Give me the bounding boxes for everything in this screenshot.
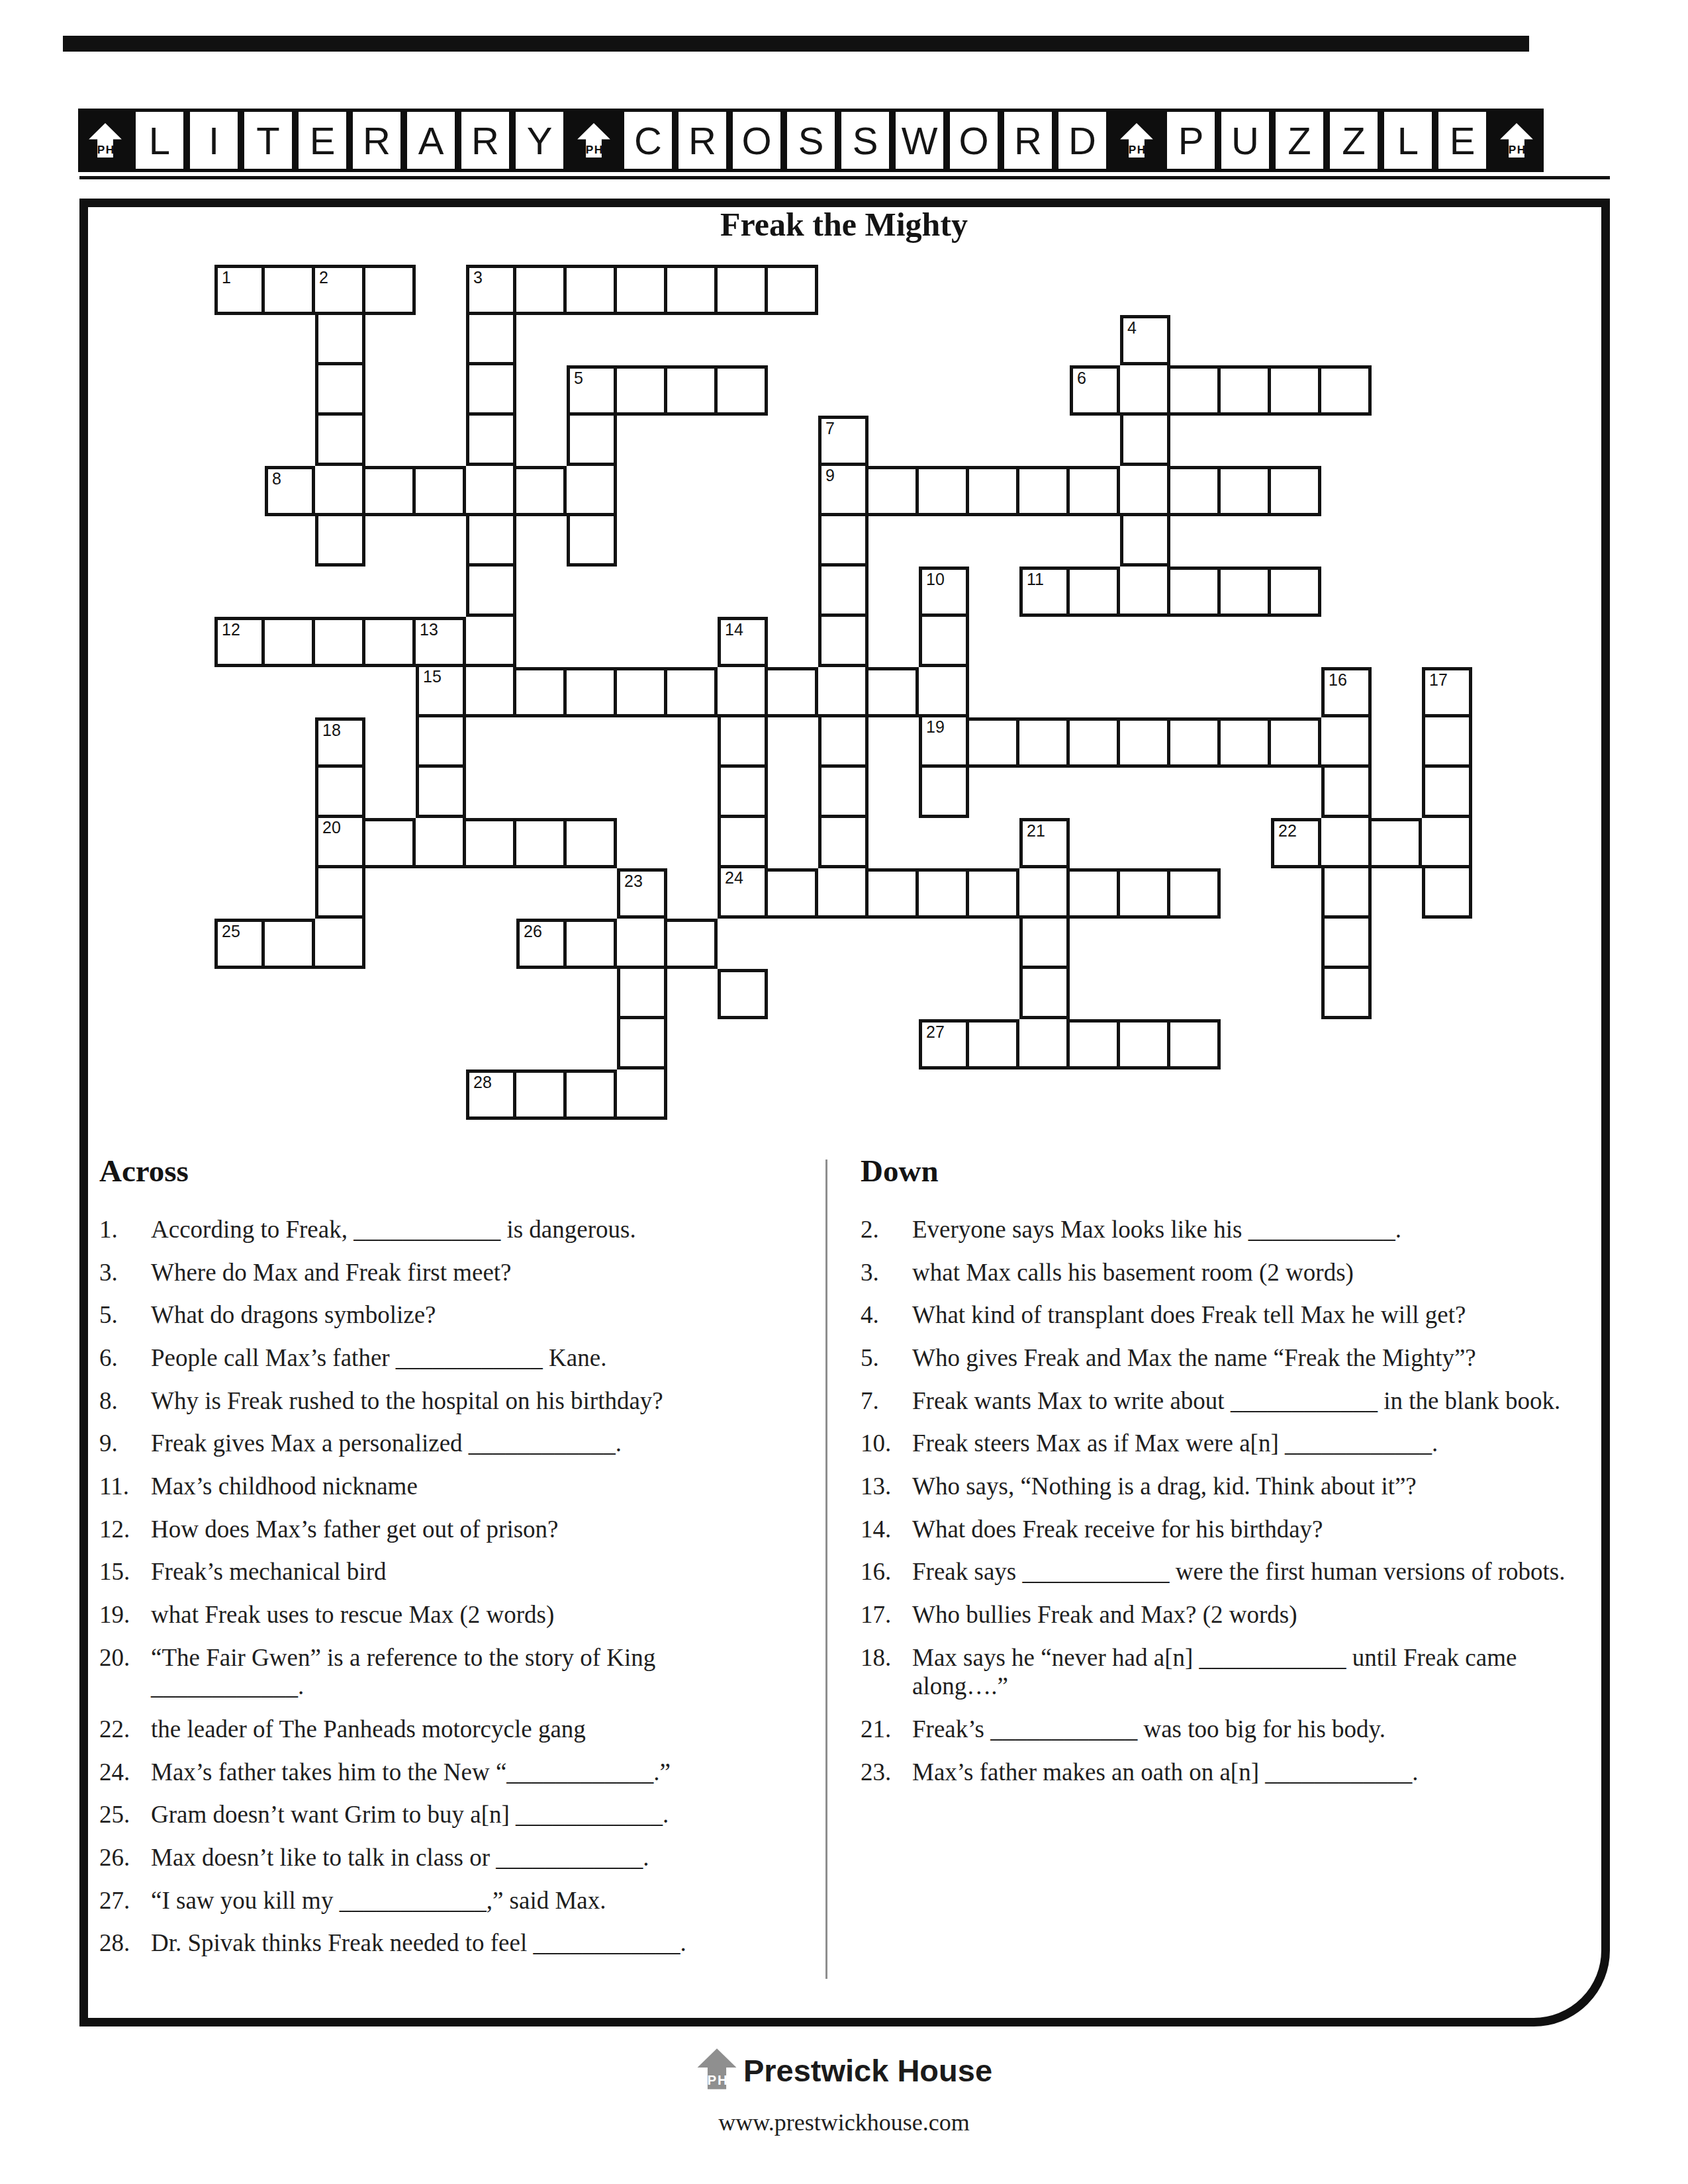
grid-cell-r2c17[interactable]: 6: [1070, 365, 1120, 416]
grid-cell-r2c9[interactable]: [667, 365, 718, 416]
grid-cell-r12c22[interactable]: [1321, 868, 1372, 919]
grid-cell-r6c14[interactable]: 10: [919, 567, 969, 617]
grid-cell-r1c5[interactable]: [466, 315, 516, 365]
grid-cell-r8c13[interactable]: [868, 667, 919, 717]
clue-number-label: 28: [473, 1073, 492, 1092]
grid-cell-r13c16[interactable]: [1019, 919, 1070, 969]
clue-number: 5.: [861, 1343, 912, 1373]
grid-cell-r15c17[interactable]: [1070, 1019, 1120, 1069]
grid-cell-r14c22[interactable]: [1321, 969, 1372, 1019]
grid-cell-r12c15[interactable]: [969, 868, 1019, 919]
grid-cell-r11c5[interactable]: [466, 818, 516, 868]
grid-cell-r6c18[interactable]: [1120, 567, 1170, 617]
banner-letter-tile: L: [132, 109, 187, 172]
grid-cell-r9c19[interactable]: [1170, 717, 1221, 768]
clue-text: Who says, “Nothing is a drag, kid. Think…: [912, 1472, 1594, 1501]
clue-number-label: 1: [222, 269, 231, 287]
banner-underline: [79, 176, 1610, 179]
clue-number-label: 10: [926, 570, 945, 589]
clue-text: What do dragons symbolize?: [151, 1300, 802, 1330]
clue-number-label: 7: [825, 420, 835, 438]
grid-cell-r9c17[interactable]: [1070, 717, 1120, 768]
clue-number-label: 5: [574, 369, 583, 388]
grid-cell-r11c16[interactable]: 21: [1019, 818, 1070, 868]
grid-cell-r2c10[interactable]: [718, 365, 768, 416]
grid-cell-r0c1[interactable]: [265, 265, 315, 315]
grid-cell-r8c6[interactable]: [516, 667, 567, 717]
clue-text: “The Fair Gwen” is a reference to the st…: [151, 1643, 802, 1701]
clue-item-down-3: 3.what Max calls his basement room (2 wo…: [861, 1258, 1594, 1287]
grid-cell-r12c8[interactable]: 23: [617, 868, 667, 919]
grid-cell-r4c4[interactable]: [416, 466, 466, 516]
grid-cell-r0c3[interactable]: [365, 265, 416, 315]
grid-cell-r9c4[interactable]: [416, 717, 466, 768]
banner-letter-tile: O: [729, 109, 784, 172]
grid-cell-r7c0[interactable]: 12: [214, 617, 265, 667]
publisher-name: Prestwick House: [743, 2052, 992, 2089]
banner-letter-tile: A: [404, 109, 458, 172]
down-heading: Down: [861, 1153, 1594, 1189]
svg-text:P: P: [1509, 143, 1517, 156]
clue-item-across-28: 28.Dr. Spivak thinks Freak needed to fee…: [99, 1929, 802, 1958]
grid-cell-r8c5[interactable]: [466, 667, 516, 717]
clue-number-label: 16: [1329, 671, 1347, 690]
top-rule-bar: [63, 36, 1529, 52]
grid-cell-r11c4[interactable]: [416, 818, 466, 868]
clue-text: what Freak uses to rescue Max (2 words): [151, 1600, 802, 1629]
grid-cell-r15c14[interactable]: 27: [919, 1019, 969, 1069]
clue-item-down-13: 13.Who says, “Nothing is a drag, kid. Th…: [861, 1472, 1594, 1501]
grid-cell-r8c9[interactable]: [667, 667, 718, 717]
grid-cell-r6c12[interactable]: [818, 567, 868, 617]
grid-cell-r10c22[interactable]: [1321, 768, 1372, 818]
grid-cell-r0c9[interactable]: [667, 265, 718, 315]
grid-cell-r11c22[interactable]: [1321, 818, 1372, 868]
banner-letter-tile: P: [1164, 109, 1218, 172]
grid-cell-r9c10[interactable]: [718, 717, 768, 768]
grid-cell-r3c7[interactable]: [567, 416, 617, 466]
grid-cell-r4c17[interactable]: [1070, 466, 1120, 516]
grid-cell-r16c6[interactable]: [516, 1069, 567, 1120]
clue-number: 14.: [861, 1515, 912, 1544]
banner-letter-tile: U: [1218, 109, 1272, 172]
grid-cell-r11c10[interactable]: [718, 818, 768, 868]
clue-item-across-6: 6.People call Max’s father ____________ …: [99, 1343, 802, 1373]
svg-text:H: H: [718, 2072, 727, 2087]
banner-letter-tile: R: [675, 109, 729, 172]
page-title: Freak the Mighty: [0, 205, 1688, 244]
grid-cell-r14c8[interactable]: [617, 969, 667, 1019]
grid-cell-r3c5[interactable]: [466, 416, 516, 466]
clue-number: 17.: [861, 1600, 912, 1629]
clue-item-across-3: 3.Where do Max and Freak first meet?: [99, 1258, 802, 1287]
banner-letter-tile: W: [892, 109, 947, 172]
grid-cell-r4c13[interactable]: [868, 466, 919, 516]
clue-text: Where do Max and Freak first meet?: [151, 1258, 802, 1287]
grid-cell-r15c19[interactable]: [1170, 1019, 1221, 1069]
ph-house-logo-icon: PH: [1109, 109, 1164, 172]
grid-cell-r14c16[interactable]: [1019, 969, 1070, 1019]
banner-letter-tile: Z: [1272, 109, 1327, 172]
clue-item-down-4: 4.What kind of transplant does Freak tel…: [861, 1300, 1594, 1330]
grid-cell-r0c8[interactable]: [617, 265, 667, 315]
clue-item-down-23: 23.Max’s father makes an oath on a[n] __…: [861, 1758, 1594, 1787]
clue-text: Gram doesn’t want Grim to buy a[n] _____…: [151, 1800, 802, 1829]
grid-cell-r13c8[interactable]: [617, 919, 667, 969]
grid-cell-r3c2[interactable]: [315, 416, 365, 466]
grid-cell-r9c2[interactable]: 18: [315, 717, 365, 768]
clue-number: 18.: [861, 1643, 912, 1701]
grid-cell-r13c2[interactable]: [315, 919, 365, 969]
clue-item-across-1: 1.According to Freak, ____________ is da…: [99, 1215, 802, 1244]
grid-cell-r12c18[interactable]: [1120, 868, 1170, 919]
publisher-brand: PH Prestwick House: [0, 2042, 1688, 2098]
grid-cell-r12c10[interactable]: 24: [718, 868, 768, 919]
clue-text: what Max calls his basement room (2 word…: [912, 1258, 1594, 1287]
grid-cell-r15c15[interactable]: [969, 1019, 1019, 1069]
grid-cell-r9c15[interactable]: [969, 717, 1019, 768]
grid-cell-r16c5[interactable]: 28: [466, 1069, 516, 1120]
grid-cell-r0c5[interactable]: 3: [466, 265, 516, 315]
grid-cell-r8c24[interactable]: 17: [1422, 667, 1472, 717]
clue-text: Freak steers Max as if Max were a[n] ___…: [912, 1429, 1594, 1458]
clue-text: Max doesn’t like to talk in class or ___…: [151, 1843, 802, 1872]
clue-item-down-10: 10.Freak steers Max as if Max were a[n] …: [861, 1429, 1594, 1458]
svg-text:H: H: [106, 143, 114, 156]
clue-text: Freak gives Max a personalized _________…: [151, 1429, 802, 1458]
grid-cell-r4c12[interactable]: 9: [818, 466, 868, 516]
grid-cell-r10c12[interactable]: [818, 768, 868, 818]
grid-cell-r3c18[interactable]: [1120, 416, 1170, 466]
grid-cell-r4c18[interactable]: [1120, 466, 1170, 516]
clue-number-label: 25: [222, 923, 240, 941]
grid-cell-r11c7[interactable]: [567, 818, 617, 868]
grid-cell-r7c12[interactable]: [818, 617, 868, 667]
grid-cell-r13c0[interactable]: 25: [214, 919, 265, 969]
clue-text: Why is Freak rushed to the hospital on h…: [151, 1387, 802, 1416]
grid-cell-r8c7[interactable]: [567, 667, 617, 717]
clue-item-across-22: 22.the leader of The Panheads motorcycle…: [99, 1715, 802, 1744]
banner-letter-tile: C: [621, 109, 675, 172]
clue-item-down-18: 18.Max says he “never had a[n] _________…: [861, 1643, 1594, 1701]
grid-cell-r4c1[interactable]: 8: [265, 466, 315, 516]
clue-number: 5.: [99, 1300, 151, 1330]
grid-cell-r6c5[interactable]: [466, 567, 516, 617]
clue-number-label: 26: [524, 923, 542, 941]
grid-cell-r4c15[interactable]: [969, 466, 1019, 516]
grid-cell-r4c14[interactable]: [919, 466, 969, 516]
grid-cell-r9c22[interactable]: [1321, 717, 1372, 768]
svg-text:H: H: [1137, 143, 1145, 156]
grid-cell-r0c6[interactable]: [516, 265, 567, 315]
grid-cell-r0c11[interactable]: [768, 265, 818, 315]
grid-cell-r2c2[interactable]: [315, 365, 365, 416]
clue-number-label: 23: [624, 872, 643, 891]
grid-cell-r10c14[interactable]: [919, 768, 969, 818]
banner-letter-tile: R: [458, 109, 512, 172]
svg-text:P: P: [1129, 143, 1137, 156]
grid-cell-r7c10[interactable]: 14: [718, 617, 768, 667]
grid-cell-r2c8[interactable]: [617, 365, 667, 416]
clue-text: Who bullies Freak and Max? (2 words): [912, 1600, 1594, 1629]
grid-cell-r4c6[interactable]: [516, 466, 567, 516]
clue-number-label: 12: [222, 621, 240, 639]
clue-number: 27.: [99, 1886, 151, 1915]
grid-cell-r10c10[interactable]: [718, 768, 768, 818]
clue-item-across-12: 12.How does Max’s father get out of pris…: [99, 1515, 802, 1544]
grid-cell-r7c1[interactable]: [265, 617, 315, 667]
clue-text: How does Max’s father get out of prison?: [151, 1515, 802, 1544]
grid-cell-r4c16[interactable]: [1019, 466, 1070, 516]
grid-cell-r6c17[interactable]: [1070, 567, 1120, 617]
grid-cell-r14c10[interactable]: [718, 969, 768, 1019]
svg-text:H: H: [594, 143, 602, 156]
grid-cell-r5c7[interactable]: [567, 516, 617, 567]
grid-cell-r9c20[interactable]: [1221, 717, 1271, 768]
grid-cell-r9c21[interactable]: [1271, 717, 1321, 768]
grid-cell-r9c18[interactable]: [1120, 717, 1170, 768]
grid-cell-r4c5[interactable]: [466, 466, 516, 516]
grid-cell-r7c2[interactable]: [315, 617, 365, 667]
grid-cell-r15c18[interactable]: [1120, 1019, 1170, 1069]
clue-text: Freak’s mechanical bird: [151, 1557, 802, 1586]
grid-cell-r10c4[interactable]: [416, 768, 466, 818]
clue-number: 2.: [861, 1215, 912, 1244]
grid-cell-r12c16[interactable]: [1019, 868, 1070, 919]
grid-cell-r0c0[interactable]: 1: [214, 265, 265, 315]
clue-number: 10.: [861, 1429, 912, 1458]
grid-cell-r0c7[interactable]: [567, 265, 617, 315]
grid-cell-r4c19[interactable]: [1170, 466, 1221, 516]
clue-number: 3.: [99, 1258, 151, 1287]
clue-number: 28.: [99, 1929, 151, 1958]
clue-item-across-15: 15.Freak’s mechanical bird: [99, 1557, 802, 1586]
worksheet-page: PHLITERARYPHCROSSWORDPHPUZZLEPH Freak th…: [0, 0, 1688, 2184]
clue-text: Max’s father makes an oath on a[n] _____…: [912, 1758, 1594, 1787]
grid-cell-r9c24[interactable]: [1422, 717, 1472, 768]
clue-number-label: 22: [1278, 822, 1297, 841]
grid-cell-r4c3[interactable]: [365, 466, 416, 516]
grid-cell-r11c6[interactable]: [516, 818, 567, 868]
grid-cell-r12c19[interactable]: [1170, 868, 1221, 919]
clue-number: 8.: [99, 1387, 151, 1416]
clue-number: 23.: [861, 1758, 912, 1787]
banner-letter-tile: L: [1381, 109, 1435, 172]
svg-text:P: P: [707, 2072, 716, 2087]
clue-text: People call Max’s father ____________ Ka…: [151, 1343, 802, 1373]
clue-item-down-2: 2.Everyone says Max looks like his _____…: [861, 1215, 1594, 1244]
clue-number: 11.: [99, 1472, 151, 1501]
grid-cell-r6c20[interactable]: [1221, 567, 1271, 617]
clue-number: 21.: [861, 1715, 912, 1744]
grid-cell-r8c12[interactable]: [818, 667, 868, 717]
across-clues-section: Across 1.According to Freak, ___________…: [99, 1153, 802, 1972]
grid-cell-r1c2[interactable]: [315, 315, 365, 365]
grid-cell-r5c2[interactable]: [315, 516, 365, 567]
banner-letter-tile: E: [295, 109, 350, 172]
clue-number-label: 19: [926, 718, 945, 737]
grid-cell-r9c12[interactable]: [818, 717, 868, 768]
grid-cell-r2c18[interactable]: [1120, 365, 1170, 416]
grid-cell-r13c22[interactable]: [1321, 919, 1372, 969]
clue-item-across-27: 27.“I saw you kill my ____________,” sai…: [99, 1886, 802, 1915]
grid-cell-r12c11[interactable]: [768, 868, 818, 919]
grid-cell-r5c5[interactable]: [466, 516, 516, 567]
grid-cell-r4c2[interactable]: [315, 466, 365, 516]
clue-text: Everyone says Max looks like his _______…: [912, 1215, 1594, 1244]
clue-number-label: 13: [420, 621, 438, 639]
grid-cell-r7c3[interactable]: [365, 617, 416, 667]
grid-cell-r8c22[interactable]: 16: [1321, 667, 1372, 717]
grid-cell-r12c14[interactable]: [919, 868, 969, 919]
clue-text: What does Freak receive for his birthday…: [912, 1515, 1594, 1544]
clue-number: 13.: [861, 1472, 912, 1501]
clue-number: 12.: [99, 1515, 151, 1544]
grid-cell-r0c2[interactable]: 2: [315, 265, 365, 315]
clue-text: the leader of The Panheads motorcycle ga…: [151, 1715, 802, 1744]
clue-item-across-19: 19.what Freak uses to rescue Max (2 word…: [99, 1600, 802, 1629]
grid-cell-r13c6[interactable]: 26: [516, 919, 567, 969]
clue-text: Freak wants Max to write about _________…: [912, 1387, 1594, 1416]
clue-item-down-17: 17.Who bullies Freak and Max? (2 words): [861, 1600, 1594, 1629]
down-clue-list: 2.Everyone says Max looks like his _____…: [861, 1215, 1594, 1786]
grid-cell-r4c7[interactable]: [567, 466, 617, 516]
clue-number: 16.: [861, 1557, 912, 1586]
clue-text: According to Freak, ____________ is dang…: [151, 1215, 802, 1244]
across-heading: Across: [99, 1153, 802, 1189]
clue-number: 7.: [861, 1387, 912, 1416]
clue-number: 22.: [99, 1715, 151, 1744]
clue-number-label: 21: [1027, 822, 1045, 841]
clue-number: 26.: [99, 1843, 151, 1872]
banner-letter-tile: Y: [512, 109, 567, 172]
grid-cell-r15c16[interactable]: [1019, 1019, 1070, 1069]
grid-cell-r2c22[interactable]: [1321, 365, 1372, 416]
clue-item-down-7: 7.Freak wants Max to write about _______…: [861, 1387, 1594, 1416]
clue-text: “I saw you kill my ____________,” said M…: [151, 1886, 802, 1915]
grid-cell-r4c21[interactable]: [1271, 466, 1321, 516]
clue-number: 20.: [99, 1643, 151, 1701]
grid-cell-r16c8[interactable]: [617, 1069, 667, 1120]
banner-letter-tile: R: [350, 109, 404, 172]
clue-item-across-5: 5.What do dragons symbolize?: [99, 1300, 802, 1330]
banner-letter-tile: D: [1055, 109, 1109, 172]
down-clues-section: Down 2.Everyone says Max looks like his …: [861, 1153, 1594, 1800]
grid-cell-r11c12[interactable]: [818, 818, 868, 868]
clue-item-across-24: 24.Max’s father takes him to the New “__…: [99, 1758, 802, 1787]
grid-cell-r11c2[interactable]: 20: [315, 818, 365, 868]
grid-cell-r11c24[interactable]: [1422, 818, 1472, 868]
grid-cell-r5c18[interactable]: [1120, 516, 1170, 567]
svg-text:P: P: [97, 143, 105, 156]
grid-cell-r3c12[interactable]: 7: [818, 416, 868, 466]
clue-number: 1.: [99, 1215, 151, 1244]
grid-cell-r12c13[interactable]: [868, 868, 919, 919]
grid-cell-r13c1[interactable]: [265, 919, 315, 969]
grid-cell-r0c10[interactable]: [718, 265, 768, 315]
grid-cell-r11c21[interactable]: 22: [1271, 818, 1321, 868]
prestwick-house-logo-icon: PH: [696, 2042, 743, 2098]
ph-house-logo-icon: PH: [78, 109, 132, 172]
grid-cell-r12c12[interactable]: [818, 868, 868, 919]
grid-cell-r8c14[interactable]: [919, 667, 969, 717]
grid-cell-r13c7[interactable]: [567, 919, 617, 969]
grid-cell-r13c9[interactable]: [667, 919, 718, 969]
grid-cell-r8c4[interactable]: 15: [416, 667, 466, 717]
clue-number-label: 2: [319, 269, 328, 287]
banner-letter-tile: E: [1435, 109, 1489, 172]
grid-cell-r10c2[interactable]: [315, 768, 365, 818]
banner-letter-tile: R: [1001, 109, 1055, 172]
publisher-url[interactable]: www.prestwickhouse.com: [0, 2109, 1688, 2136]
clue-number-label: 14: [725, 621, 743, 639]
grid-cell-r9c14[interactable]: 19: [919, 717, 969, 768]
grid-cell-r10c24[interactable]: [1422, 768, 1472, 818]
clue-item-across-8: 8.Why is Freak rushed to the hospital on…: [99, 1387, 802, 1416]
clue-number-label: 17: [1429, 671, 1448, 690]
grid-cell-r7c5[interactable]: [466, 617, 516, 667]
banner-letter-tile: I: [187, 109, 241, 172]
grid-cell-r2c5[interactable]: [466, 365, 516, 416]
clue-text: Freak says ____________ were the first h…: [912, 1557, 1594, 1586]
clue-number-label: 8: [272, 470, 281, 488]
grid-cell-r8c10[interactable]: [718, 667, 768, 717]
clue-number-label: 3: [473, 269, 483, 287]
grid-cell-r2c19[interactable]: [1170, 365, 1221, 416]
grid-cell-r2c21[interactable]: [1271, 365, 1321, 416]
clue-number: 19.: [99, 1600, 151, 1629]
clue-item-down-5: 5.Who gives Freak and Max the name “Frea…: [861, 1343, 1594, 1373]
grid-cell-r11c23[interactable]: [1372, 818, 1422, 868]
clue-number-label: 6: [1077, 369, 1086, 388]
grid-cell-r15c8[interactable]: [617, 1019, 667, 1069]
clue-number-label: 24: [725, 869, 743, 887]
grid-cell-r7c4[interactable]: 13: [416, 617, 466, 667]
grid-cell-r12c17[interactable]: [1070, 868, 1120, 919]
clue-text: Who gives Freak and Max the name “Freak …: [912, 1343, 1594, 1373]
grid-cell-r16c7[interactable]: [567, 1069, 617, 1120]
banner-letter-tile: Z: [1327, 109, 1381, 172]
grid-cell-r6c19[interactable]: [1170, 567, 1221, 617]
grid-cell-r6c21[interactable]: [1271, 567, 1321, 617]
grid-cell-r9c16[interactable]: [1019, 717, 1070, 768]
ph-house-logo-icon: PH: [1489, 109, 1544, 172]
clue-item-across-11: 11.Max’s childhood nickname: [99, 1472, 802, 1501]
grid-cell-r8c11[interactable]: [768, 667, 818, 717]
grid-cell-r11c3[interactable]: [365, 818, 416, 868]
clue-number-label: 4: [1127, 319, 1137, 338]
grid-cell-r2c7[interactable]: 5: [567, 365, 617, 416]
banner-letter-tile: S: [784, 109, 838, 172]
grid-cell-r5c12[interactable]: [818, 516, 868, 567]
clue-text: Max’s childhood nickname: [151, 1472, 802, 1501]
grid-cell-r8c8[interactable]: [617, 667, 667, 717]
clue-number: 9.: [99, 1429, 151, 1458]
literary-crossword-puzzle-banner: PHLITERARYPHCROSSWORDPHPUZZLEPH: [78, 109, 1544, 172]
crossword-grid: 1234567891011121314151617181920212223242…: [214, 265, 1472, 1120]
grid-cell-r2c20[interactable]: [1221, 365, 1271, 416]
grid-cell-r7c14[interactable]: [919, 617, 969, 667]
grid-cell-r6c16[interactable]: 11: [1019, 567, 1070, 617]
grid-cell-r12c24[interactable]: [1422, 868, 1472, 919]
clue-number: 3.: [861, 1258, 912, 1287]
grid-cell-r1c18[interactable]: 4: [1120, 315, 1170, 365]
grid-cell-r4c20[interactable]: [1221, 466, 1271, 516]
clue-number: 4.: [861, 1300, 912, 1330]
grid-cell-r12c2[interactable]: [315, 868, 365, 919]
svg-text:P: P: [586, 143, 594, 156]
clue-number-label: 27: [926, 1023, 945, 1042]
